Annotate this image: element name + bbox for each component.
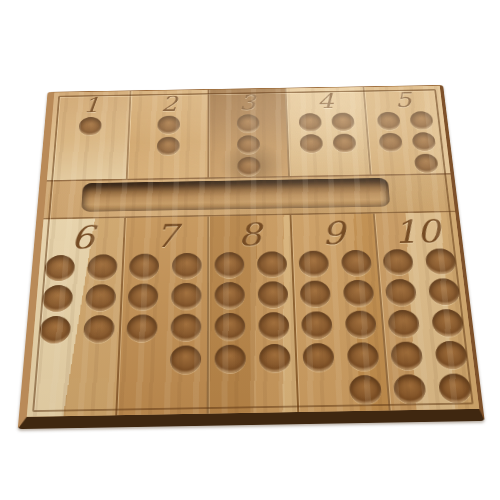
hole-grid: [214, 251, 290, 373]
peg-hole[interactable]: [126, 314, 157, 342]
engraved-number: 4: [316, 88, 334, 114]
engraved-number: 7: [154, 217, 178, 253]
peg-hole[interactable]: [345, 310, 377, 338]
peg-hole[interactable]: [343, 280, 375, 307]
number-cell-9: 9: [290, 214, 389, 412]
peg-hole[interactable]: [256, 251, 286, 277]
peg-hole[interactable]: [438, 373, 473, 403]
peg-hole[interactable]: [331, 113, 355, 132]
number-cell-1: 1: [47, 91, 130, 180]
board-row-bottom: 678910: [27, 212, 479, 417]
peg-hole[interactable]: [341, 250, 372, 276]
peg-hole[interactable]: [300, 280, 331, 307]
peg-hole[interactable]: [214, 313, 245, 341]
peg-hole[interactable]: [388, 310, 421, 338]
number-cell-6: 6: [27, 218, 125, 417]
counting-board-photo: 12345 678910: [10, 0, 484, 431]
hole-grid: [125, 253, 202, 375]
peg-hole[interactable]: [38, 316, 71, 344]
counter-tray[interactable]: [81, 178, 391, 212]
board-row-top: 12345: [47, 86, 451, 182]
peg-hole[interactable]: [299, 134, 323, 153]
peg-hole[interactable]: [237, 157, 260, 176]
peg-hole[interactable]: [301, 311, 333, 339]
engraved-number: 6: [70, 219, 96, 255]
photo-background: { "game": "Wooden counting board (number…: [0, 0, 500, 500]
peg-hole[interactable]: [214, 252, 244, 278]
number-cell-2: 2: [126, 90, 207, 179]
peg-hole[interactable]: [435, 341, 469, 370]
counting-board: 12345 678910: [18, 85, 485, 429]
peg-hole[interactable]: [171, 313, 202, 341]
peg-hole[interactable]: [393, 374, 427, 404]
peg-hole[interactable]: [236, 114, 259, 133]
peg-hole[interactable]: [83, 315, 115, 343]
peg-hole[interactable]: [390, 341, 424, 370]
number-cell-4: 4: [285, 87, 369, 176]
hole-grid: [377, 111, 439, 173]
peg-hole[interactable]: [171, 283, 201, 310]
peg-hole[interactable]: [258, 344, 290, 373]
engraved-number: 9: [321, 214, 346, 250]
engraved-number: 2: [161, 90, 178, 116]
peg-hole[interactable]: [412, 132, 437, 151]
peg-hole[interactable]: [332, 134, 356, 153]
engraved-number: 8: [238, 216, 262, 252]
number-cell-8: 8: [207, 215, 298, 414]
hole-grid: [299, 113, 357, 154]
hole-grid: [78, 117, 102, 136]
engraved-number: 10: [392, 213, 442, 250]
hole-grid: [157, 116, 180, 156]
peg-hole[interactable]: [410, 111, 434, 130]
peg-hole[interactable]: [129, 253, 160, 279]
peg-hole[interactable]: [85, 284, 117, 311]
peg-hole[interactable]: [425, 248, 458, 274]
peg-hole[interactable]: [302, 343, 334, 372]
peg-hole[interactable]: [157, 137, 180, 156]
engraved-number: 5: [394, 86, 413, 112]
peg-hole[interactable]: [258, 312, 289, 340]
peg-hole[interactable]: [170, 345, 201, 374]
peg-hole[interactable]: [237, 135, 260, 154]
peg-hole[interactable]: [299, 113, 322, 132]
number-cell-3: 3: [207, 88, 288, 177]
hole-grid: [38, 254, 117, 344]
peg-hole[interactable]: [172, 253, 202, 279]
peg-hole[interactable]: [157, 116, 180, 135]
peg-hole[interactable]: [214, 282, 244, 309]
hole-grid: [298, 250, 382, 406]
peg-hole[interactable]: [383, 249, 415, 275]
number-cell-10: 10: [373, 212, 480, 410]
peg-hole[interactable]: [44, 255, 76, 281]
peg-hole[interactable]: [214, 345, 245, 374]
engraved-number: 1: [82, 92, 100, 118]
peg-hole[interactable]: [298, 250, 329, 276]
peg-hole[interactable]: [385, 279, 418, 306]
board-face: 12345 678910: [27, 86, 479, 417]
peg-hole[interactable]: [349, 375, 383, 405]
peg-hole[interactable]: [41, 285, 73, 312]
peg-hole[interactable]: [428, 278, 461, 305]
hole-grid: [236, 114, 260, 176]
engraved-number: 3: [239, 89, 256, 115]
peg-hole[interactable]: [78, 117, 102, 136]
peg-hole[interactable]: [128, 283, 159, 310]
peg-hole[interactable]: [414, 154, 439, 173]
peg-hole[interactable]: [377, 112, 401, 131]
number-cell-7: 7: [116, 217, 207, 416]
peg-hole[interactable]: [347, 342, 380, 371]
hole-grid: [383, 248, 473, 404]
number-cell-5: 5: [362, 86, 450, 175]
peg-hole[interactable]: [379, 133, 403, 152]
peg-hole[interactable]: [257, 281, 288, 308]
peg-hole[interactable]: [87, 254, 118, 280]
peg-hole[interactable]: [431, 309, 465, 337]
